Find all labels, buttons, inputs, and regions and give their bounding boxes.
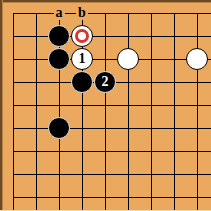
- board-edge-bottom-light: [0, 210, 211, 211]
- move-number: 2: [102, 75, 109, 89]
- board-point: a: [48, 2, 71, 25]
- board-point: [48, 25, 71, 48]
- board-point: [71, 71, 94, 94]
- black-stone: [48, 25, 70, 47]
- board-point: 2: [94, 71, 117, 94]
- point-label-b: b: [76, 6, 88, 20]
- board-point: [48, 48, 71, 71]
- board-point: [117, 48, 140, 71]
- circle-marker-icon: [75, 29, 89, 43]
- white-stone-move-1: 1: [71, 48, 93, 70]
- board-point: [71, 25, 94, 48]
- black-stone-move-2: 2: [94, 71, 116, 93]
- black-stone: [48, 117, 70, 139]
- black-stone: [71, 71, 93, 93]
- white-stone: [117, 48, 139, 70]
- black-stone: [48, 48, 70, 70]
- go-board: ab12: [0, 0, 211, 211]
- stones-layer: ab12: [2, 2, 209, 209]
- marked-white-stone: [71, 25, 93, 47]
- board-point: 1: [71, 48, 94, 71]
- point-label-a: a: [54, 6, 65, 20]
- board-point: [48, 117, 71, 140]
- white-stone: [186, 48, 208, 70]
- board-point: [186, 48, 209, 71]
- move-number: 1: [79, 52, 86, 66]
- board-point: b: [71, 2, 94, 25]
